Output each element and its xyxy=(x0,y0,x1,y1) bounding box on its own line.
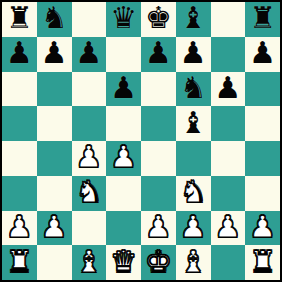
square-d5[interactable] xyxy=(106,106,141,141)
piece-white-bishop-f1[interactable]: ♝ xyxy=(180,245,207,278)
square-a4[interactable] xyxy=(2,141,37,176)
piece-white-pawn-a2[interactable]: ♟ xyxy=(6,211,33,244)
square-d2[interactable] xyxy=(106,211,141,246)
piece-black-pawn-f7[interactable]: ♟ xyxy=(180,37,207,70)
square-b7[interactable]: ♟ xyxy=(37,37,72,72)
square-f8[interactable]: ♝ xyxy=(176,2,211,37)
piece-white-rook-h1[interactable]: ♜ xyxy=(249,245,276,278)
piece-white-pawn-e2[interactable]: ♟ xyxy=(145,211,172,244)
square-h8[interactable]: ♜ xyxy=(245,2,280,37)
piece-white-pawn-h2[interactable]: ♟ xyxy=(249,211,276,244)
piece-black-pawn-c7[interactable]: ♟ xyxy=(75,37,102,70)
square-g8[interactable] xyxy=(211,2,246,37)
piece-white-knight-c3[interactable]: ♞ xyxy=(75,176,102,209)
square-h7[interactable]: ♟ xyxy=(245,37,280,72)
square-a1[interactable]: ♜ xyxy=(2,245,37,280)
piece-black-pawn-g6[interactable]: ♟ xyxy=(214,72,241,105)
square-b1[interactable] xyxy=(37,245,72,280)
square-g7[interactable] xyxy=(211,37,246,72)
square-a2[interactable]: ♟ xyxy=(2,211,37,246)
square-f5[interactable]: ♝ xyxy=(176,106,211,141)
square-a8[interactable]: ♜ xyxy=(2,2,37,37)
piece-black-pawn-a7[interactable]: ♟ xyxy=(6,37,33,70)
square-e7[interactable]: ♟ xyxy=(141,37,176,72)
square-b3[interactable] xyxy=(37,176,72,211)
square-e2[interactable]: ♟ xyxy=(141,211,176,246)
piece-white-queen-d1[interactable]: ♛ xyxy=(110,245,137,278)
square-e8[interactable]: ♚ xyxy=(141,2,176,37)
piece-black-rook-a8[interactable]: ♜ xyxy=(6,2,33,35)
piece-white-pawn-g2[interactable]: ♟ xyxy=(214,211,241,244)
square-f6[interactable]: ♞ xyxy=(176,72,211,107)
square-e3[interactable] xyxy=(141,176,176,211)
square-h2[interactable]: ♟ xyxy=(245,211,280,246)
piece-white-bishop-c1[interactable]: ♝ xyxy=(75,245,102,278)
square-d1[interactable]: ♛ xyxy=(106,245,141,280)
square-g6[interactable]: ♟ xyxy=(211,72,246,107)
square-g5[interactable] xyxy=(211,106,246,141)
square-f3[interactable]: ♞ xyxy=(176,176,211,211)
piece-white-pawn-c4[interactable]: ♟ xyxy=(75,141,102,174)
piece-black-king-e8[interactable]: ♚ xyxy=(145,2,172,35)
piece-black-bishop-f8[interactable]: ♝ xyxy=(180,2,207,35)
square-b4[interactable] xyxy=(37,141,72,176)
square-c4[interactable]: ♟ xyxy=(72,141,107,176)
square-h1[interactable]: ♜ xyxy=(245,245,280,280)
piece-black-bishop-f5[interactable]: ♝ xyxy=(180,106,207,139)
chess-board-frame: ♜♞♛♚♝♜♟♟♟♟♟♟♟♞♟♝♟♟♞♞♟♟♟♟♟♟♜♝♛♚♝♜ xyxy=(0,0,282,282)
square-c6[interactable] xyxy=(72,72,107,107)
piece-black-pawn-d6[interactable]: ♟ xyxy=(110,72,137,105)
piece-black-pawn-e7[interactable]: ♟ xyxy=(145,37,172,70)
piece-black-rook-h8[interactable]: ♜ xyxy=(249,2,276,35)
square-c7[interactable]: ♟ xyxy=(72,37,107,72)
square-h4[interactable] xyxy=(245,141,280,176)
square-c5[interactable] xyxy=(72,106,107,141)
square-h6[interactable] xyxy=(245,72,280,107)
square-d6[interactable]: ♟ xyxy=(106,72,141,107)
square-a6[interactable] xyxy=(2,72,37,107)
piece-black-knight-b8[interactable]: ♞ xyxy=(41,2,68,35)
piece-black-queen-d8[interactable]: ♛ xyxy=(110,2,137,35)
square-b2[interactable]: ♟ xyxy=(37,211,72,246)
square-f2[interactable]: ♟ xyxy=(176,211,211,246)
piece-black-pawn-h7[interactable]: ♟ xyxy=(249,37,276,70)
piece-white-rook-a1[interactable]: ♜ xyxy=(6,245,33,278)
square-b6[interactable] xyxy=(37,72,72,107)
piece-black-pawn-b7[interactable]: ♟ xyxy=(41,37,68,70)
square-f4[interactable] xyxy=(176,141,211,176)
square-d4[interactable]: ♟ xyxy=(106,141,141,176)
square-g2[interactable]: ♟ xyxy=(211,211,246,246)
piece-white-pawn-d4[interactable]: ♟ xyxy=(110,141,137,174)
square-e5[interactable] xyxy=(141,106,176,141)
square-b8[interactable]: ♞ xyxy=(37,2,72,37)
square-e4[interactable] xyxy=(141,141,176,176)
square-h5[interactable] xyxy=(245,106,280,141)
square-c3[interactable]: ♞ xyxy=(72,176,107,211)
square-h3[interactable] xyxy=(245,176,280,211)
square-g1[interactable] xyxy=(211,245,246,280)
square-a3[interactable] xyxy=(2,176,37,211)
square-f7[interactable]: ♟ xyxy=(176,37,211,72)
square-d8[interactable]: ♛ xyxy=(106,2,141,37)
chess-board: ♜♞♛♚♝♜♟♟♟♟♟♟♟♞♟♝♟♟♞♞♟♟♟♟♟♟♜♝♛♚♝♜ xyxy=(2,2,280,280)
square-c2[interactable] xyxy=(72,211,107,246)
square-e6[interactable] xyxy=(141,72,176,107)
square-b5[interactable] xyxy=(37,106,72,141)
square-d3[interactable] xyxy=(106,176,141,211)
piece-white-pawn-f2[interactable]: ♟ xyxy=(180,211,207,244)
square-f1[interactable]: ♝ xyxy=(176,245,211,280)
piece-white-knight-f3[interactable]: ♞ xyxy=(180,176,207,209)
piece-black-knight-f6[interactable]: ♞ xyxy=(180,72,207,105)
square-c1[interactable]: ♝ xyxy=(72,245,107,280)
square-a7[interactable]: ♟ xyxy=(2,37,37,72)
square-g4[interactable] xyxy=(211,141,246,176)
piece-white-king-e1[interactable]: ♚ xyxy=(145,245,172,278)
square-g3[interactable] xyxy=(211,176,246,211)
square-e1[interactable]: ♚ xyxy=(141,245,176,280)
square-d7[interactable] xyxy=(106,37,141,72)
square-c8[interactable] xyxy=(72,2,107,37)
piece-white-pawn-b2[interactable]: ♟ xyxy=(41,211,68,244)
square-a5[interactable] xyxy=(2,106,37,141)
